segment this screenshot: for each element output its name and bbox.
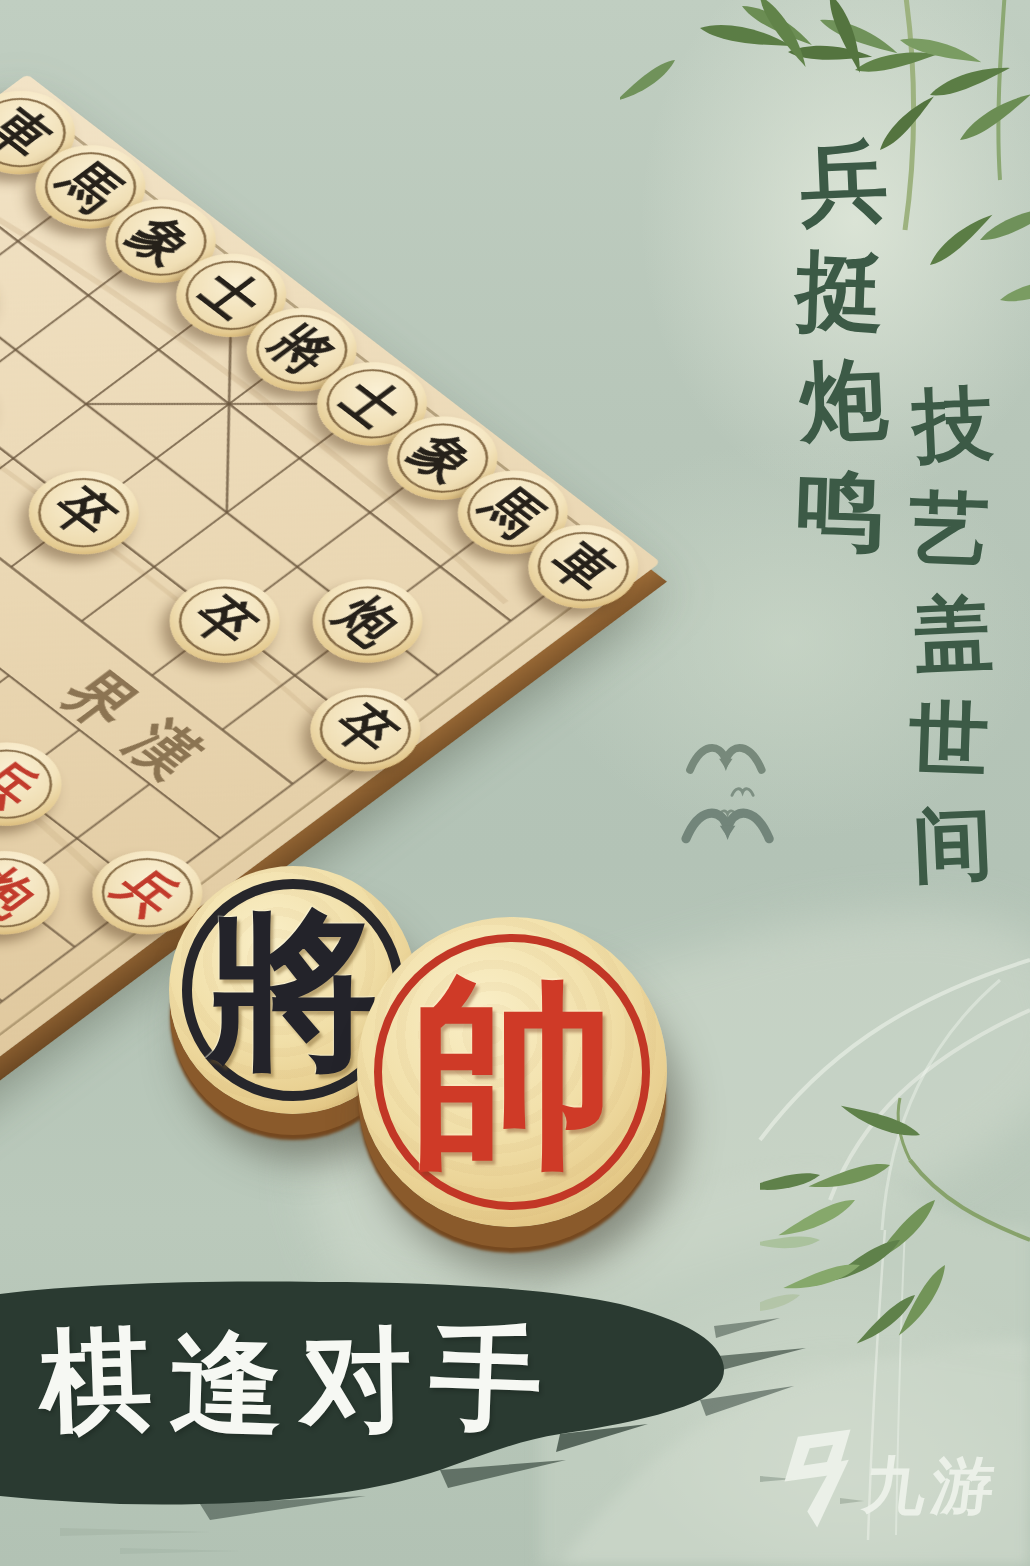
calligraphy-char: 盖 bbox=[906, 580, 1000, 689]
jiuyou-logo: 九游 bbox=[782, 1428, 1000, 1529]
black-general-glyph: 將 bbox=[207, 904, 379, 1076]
piece-glyph: 卒 bbox=[323, 698, 407, 762]
piece-black-f6r3: 卒 bbox=[147, 562, 302, 680]
calligraphy-char: 炮 bbox=[794, 344, 895, 457]
bamboo-stalk bbox=[910, 1160, 1030, 1240]
bamboo-leaf bbox=[620, 57, 680, 104]
piece-glyph: 兵 bbox=[0, 752, 49, 816]
piece-black-f1r2: 炮 bbox=[0, 237, 23, 355]
calligraphy-column-left: 兵挺炮鸣 bbox=[794, 128, 890, 564]
piece-black-f7r2: 炮 bbox=[290, 562, 445, 680]
reed-stroke bbox=[120, 1548, 240, 1554]
calligraphy-char: 鸣 bbox=[790, 453, 890, 565]
bamboo-leaf bbox=[807, 1162, 892, 1192]
poster-canvas: 兵挺炮鸣 技艺盖世间 楚河漢界 車馬象士將士象馬車炮炮卒卒卒卒卒兵兵兵兵兵炮炮車… bbox=[0, 0, 1030, 1566]
piece-glyph: 將 bbox=[260, 318, 344, 382]
brush-spur bbox=[440, 1460, 566, 1488]
piece-glyph: 士 bbox=[330, 372, 414, 436]
brush-dry-streak bbox=[700, 1386, 794, 1416]
bamboo-stalk bbox=[998, 0, 1005, 180]
piece-glyph: 炮 bbox=[325, 589, 409, 653]
bamboo-leaf bbox=[775, 1197, 859, 1240]
bamboo-leaf bbox=[760, 1172, 821, 1192]
calligraphy-char: 技 bbox=[906, 370, 1000, 479]
brush-dry-streak bbox=[718, 1348, 806, 1370]
banner-slogan: 棋逢对手 bbox=[40, 1306, 560, 1457]
piece-red-f6r6: 兵 bbox=[0, 725, 84, 843]
piece-glyph: 卒 bbox=[42, 481, 126, 545]
piece-glyph: 士 bbox=[189, 263, 273, 327]
featured-red-general-piece: 帥 bbox=[357, 917, 667, 1227]
piece-glyph: 馬 bbox=[471, 480, 555, 544]
flying-birds bbox=[660, 730, 850, 880]
piece-glyph: 象 bbox=[400, 426, 484, 490]
bamboo-leaf bbox=[839, 1096, 922, 1145]
piece-glyph: 車 bbox=[541, 535, 625, 599]
banner-char: 棋 bbox=[37, 1304, 154, 1459]
jiuyou-9-icon bbox=[777, 1428, 860, 1529]
piece-glyph: 卒 bbox=[182, 589, 266, 653]
xiangqi-promo-splash: { "game": "xiangqi", "scene": "promotion… bbox=[0, 0, 1030, 1566]
piece-black-f2r3: 卒 bbox=[0, 345, 21, 463]
calligraphy-char: 挺 bbox=[790, 235, 890, 347]
bamboo-leaf bbox=[760, 1235, 820, 1250]
bamboo-leaf bbox=[998, 277, 1030, 304]
piece-glyph: 兵 bbox=[105, 861, 189, 925]
piece-red-f7r7: 炮 bbox=[0, 834, 82, 952]
piece-black-f4r3: 卒 bbox=[6, 454, 161, 572]
bamboo-leaf bbox=[954, 90, 1030, 143]
piece-glyph: 馬 bbox=[48, 155, 132, 219]
calligraphy-column-right: 技艺盖世间 bbox=[906, 372, 996, 897]
calligraphy-char: 兵 bbox=[794, 126, 895, 239]
piece-glyph: 炮 bbox=[0, 861, 46, 925]
calligraphy-char: 艺 bbox=[902, 475, 996, 583]
banner-char: 对 bbox=[299, 1305, 414, 1458]
reed-stroke bbox=[60, 1528, 210, 1536]
calligraphy-char: 间 bbox=[906, 790, 1000, 899]
piece-glyph: 象 bbox=[119, 209, 203, 273]
red-general-glyph: 帥 bbox=[410, 970, 615, 1175]
brush-dry-streak bbox=[714, 1318, 780, 1338]
bird-icon bbox=[690, 748, 762, 770]
jiuyou-logo-text: 九游 bbox=[859, 1444, 1005, 1528]
banner-char: 手 bbox=[427, 1302, 544, 1457]
small-bird-icon bbox=[732, 789, 753, 796]
calligraphy-char: 世 bbox=[902, 685, 996, 793]
banner-char: 逢 bbox=[168, 1308, 284, 1462]
